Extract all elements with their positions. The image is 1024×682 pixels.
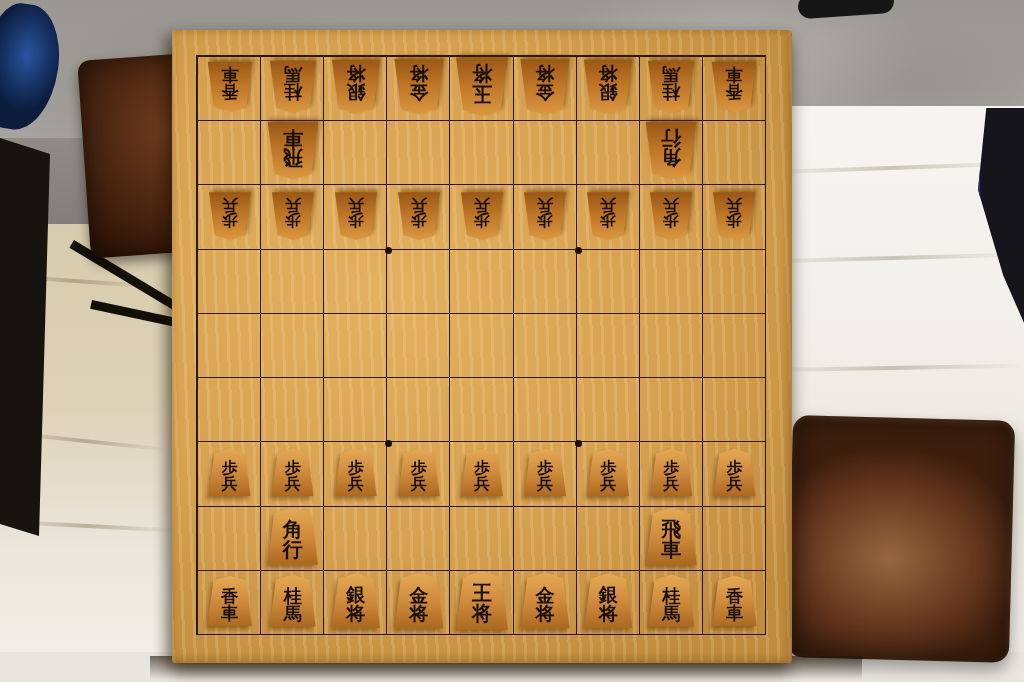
board-cell bbox=[198, 378, 261, 442]
piece-kanji: 馬 bbox=[284, 66, 302, 84]
piece-kanji: 角 bbox=[661, 148, 681, 168]
piece-kanji: 兵 bbox=[411, 196, 427, 212]
shogi-piece-pawn[interactable]: 歩兵 bbox=[334, 449, 378, 497]
piece-face: 桂馬 bbox=[269, 61, 317, 114]
shogi-piece-pawn[interactable]: 歩兵 bbox=[334, 192, 378, 240]
piece-face: 歩兵 bbox=[586, 192, 630, 240]
piece-kanji: 将 bbox=[536, 65, 555, 84]
piece-face: 歩兵 bbox=[460, 192, 504, 240]
piece-kanji: 将 bbox=[599, 65, 618, 84]
piece-kanji: 兵 bbox=[600, 196, 616, 212]
piece-kanji: 香 bbox=[726, 84, 743, 101]
board-cell bbox=[261, 314, 324, 378]
board-cell bbox=[577, 121, 640, 185]
piece-face: 香車 bbox=[206, 62, 252, 113]
board-cell bbox=[324, 507, 387, 571]
piece-face: 歩兵 bbox=[523, 192, 567, 240]
piece-face: 歩兵 bbox=[649, 449, 693, 497]
piece-face: 香車 bbox=[711, 62, 757, 113]
piece-kanji: 銀 bbox=[599, 83, 618, 102]
shogi-piece-pawn[interactable]: 歩兵 bbox=[208, 192, 252, 240]
board-cell bbox=[514, 314, 577, 378]
right-piece-stand bbox=[787, 415, 1015, 663]
piece-face: 銀将 bbox=[331, 59, 381, 114]
piece-kanji: 車 bbox=[726, 604, 743, 621]
shogi-piece-knight[interactable]: 桂馬 bbox=[269, 61, 317, 114]
piece-kanji: 兵 bbox=[285, 476, 301, 492]
piece-face: 桂馬 bbox=[647, 61, 695, 114]
shogi-piece-king[interactable]: 王将 bbox=[455, 571, 509, 630]
shogi-piece-gold[interactable]: 金将 bbox=[519, 59, 570, 115]
board-cell bbox=[450, 378, 513, 442]
shogi-piece-pawn[interactable]: 歩兵 bbox=[586, 192, 630, 240]
piece-kanji: 車 bbox=[661, 540, 681, 560]
shogi-piece-knight[interactable]: 桂馬 bbox=[269, 575, 317, 628]
piece-kanji: 兵 bbox=[474, 476, 490, 492]
shogi-piece-pawn[interactable]: 歩兵 bbox=[523, 192, 567, 240]
piece-kanji: 車 bbox=[283, 128, 303, 148]
piece-kanji: 兵 bbox=[600, 476, 616, 492]
piece-kanji: 金 bbox=[536, 83, 555, 102]
shogi-scene: 香車桂馬銀将金将玉将金将銀将桂馬香車飛車角行歩兵歩兵歩兵歩兵歩兵歩兵歩兵歩兵歩兵… bbox=[0, 0, 1024, 682]
piece-kanji: 馬 bbox=[662, 66, 680, 84]
board-cell bbox=[514, 121, 577, 185]
piece-face: 歩兵 bbox=[586, 449, 630, 497]
shogi-piece-lance[interactable]: 香車 bbox=[206, 575, 252, 626]
piece-kanji: 金 bbox=[536, 586, 555, 605]
board-cell bbox=[450, 121, 513, 185]
board-cell bbox=[450, 507, 513, 571]
shogi-piece-lance[interactable]: 香車 bbox=[711, 62, 757, 113]
board-cell bbox=[198, 250, 261, 314]
piece-kanji: 将 bbox=[472, 64, 492, 84]
shogi-piece-king[interactable]: 玉将 bbox=[455, 57, 509, 116]
board-cell bbox=[198, 121, 261, 185]
piece-face: 角行 bbox=[266, 507, 319, 565]
piece-kanji: 兵 bbox=[222, 476, 238, 492]
piece-kanji: 桂 bbox=[284, 84, 302, 102]
board-cell bbox=[450, 250, 513, 314]
piece-face: 銀将 bbox=[331, 573, 381, 628]
piece-kanji: 兵 bbox=[537, 196, 553, 212]
piece-kanji: 兵 bbox=[726, 196, 742, 212]
piece-kanji: 金 bbox=[409, 83, 428, 102]
piece-face: 角行 bbox=[645, 122, 698, 180]
shogi-piece-silver[interactable]: 銀将 bbox=[331, 59, 381, 114]
board-cell bbox=[387, 121, 450, 185]
piece-kanji: 兵 bbox=[285, 196, 301, 212]
piece-kanji: 将 bbox=[346, 604, 365, 623]
piece-face: 香車 bbox=[206, 575, 252, 626]
piece-face: 王将 bbox=[455, 571, 509, 630]
board-cell bbox=[198, 314, 261, 378]
shogi-piece-pawn[interactable]: 歩兵 bbox=[460, 192, 504, 240]
board-cell bbox=[703, 378, 766, 442]
board-cell bbox=[577, 250, 640, 314]
shogi-piece-silver[interactable]: 銀将 bbox=[583, 573, 633, 628]
piece-kanji: 将 bbox=[409, 604, 428, 623]
piece-face: 飛車 bbox=[266, 122, 319, 180]
board-cell bbox=[577, 314, 640, 378]
piece-face: 歩兵 bbox=[649, 192, 693, 240]
shogi-piece-silver[interactable]: 銀将 bbox=[583, 59, 633, 114]
shogi-piece-silver[interactable]: 銀将 bbox=[331, 573, 381, 628]
piece-kanji: 馬 bbox=[662, 604, 680, 622]
shogi-piece-gold[interactable]: 金将 bbox=[393, 573, 444, 629]
piece-kanji: 車 bbox=[221, 67, 238, 84]
board-cell bbox=[703, 314, 766, 378]
board-cell bbox=[261, 250, 324, 314]
shogi-piece-pawn[interactable]: 歩兵 bbox=[271, 192, 315, 240]
piece-kanji: 車 bbox=[221, 604, 238, 621]
board-cell bbox=[324, 250, 387, 314]
star-point bbox=[575, 440, 582, 447]
piece-face: 金将 bbox=[519, 59, 570, 115]
board-cell bbox=[198, 507, 261, 571]
piece-face: 金将 bbox=[519, 573, 570, 629]
board-cell bbox=[324, 314, 387, 378]
shogi-board: 香車桂馬銀将金将玉将金将銀将桂馬香車飛車角行歩兵歩兵歩兵歩兵歩兵歩兵歩兵歩兵歩兵… bbox=[172, 30, 792, 663]
shogi-piece-rook[interactable]: 飛車 bbox=[645, 507, 698, 565]
piece-kanji: 香 bbox=[221, 84, 238, 101]
piece-face: 歩兵 bbox=[334, 449, 378, 497]
board-cell bbox=[261, 378, 324, 442]
piece-face: 飛車 bbox=[645, 507, 698, 565]
shogi-piece-pawn[interactable]: 歩兵 bbox=[713, 449, 757, 497]
shogi-piece-pawn[interactable]: 歩兵 bbox=[649, 192, 693, 240]
piece-kanji: 飛 bbox=[283, 148, 303, 168]
piece-face: 歩兵 bbox=[713, 192, 757, 240]
piece-face: 歩兵 bbox=[271, 449, 315, 497]
piece-kanji: 馬 bbox=[284, 604, 302, 622]
piece-kanji: 兵 bbox=[726, 476, 742, 492]
shogi-piece-pawn[interactable]: 歩兵 bbox=[649, 449, 693, 497]
shogi-piece-rook[interactable]: 飛車 bbox=[266, 122, 319, 180]
shogi-piece-pawn[interactable]: 歩兵 bbox=[523, 449, 567, 497]
piece-face: 歩兵 bbox=[208, 192, 252, 240]
shogi-piece-lance[interactable]: 香車 bbox=[711, 575, 757, 626]
shogi-piece-pawn[interactable]: 歩兵 bbox=[460, 449, 504, 497]
piece-kanji: 将 bbox=[346, 65, 365, 84]
piece-kanji: 兵 bbox=[663, 476, 679, 492]
board-cell bbox=[387, 507, 450, 571]
board-cell bbox=[703, 250, 766, 314]
piece-kanji: 兵 bbox=[474, 196, 490, 212]
board-cell bbox=[324, 121, 387, 185]
board-cell bbox=[640, 250, 703, 314]
piece-face: 玉将 bbox=[455, 57, 509, 116]
board-cell bbox=[450, 314, 513, 378]
piece-kanji: 行 bbox=[661, 128, 681, 148]
board-cell bbox=[577, 507, 640, 571]
cloth-fold bbox=[760, 364, 1024, 373]
board-cell bbox=[640, 314, 703, 378]
piece-face: 歩兵 bbox=[397, 192, 441, 240]
shogi-piece-lance[interactable]: 香車 bbox=[206, 62, 252, 113]
shogi-piece-pawn[interactable]: 歩兵 bbox=[586, 449, 630, 497]
shogi-piece-pawn[interactable]: 歩兵 bbox=[713, 192, 757, 240]
board-cell bbox=[514, 378, 577, 442]
shogi-piece-pawn[interactable]: 歩兵 bbox=[397, 192, 441, 240]
piece-kanji: 兵 bbox=[348, 196, 364, 212]
board-cell bbox=[514, 250, 577, 314]
star-point bbox=[385, 440, 392, 447]
piece-face: 歩兵 bbox=[271, 192, 315, 240]
piece-face: 銀将 bbox=[583, 59, 633, 114]
board-cell bbox=[640, 378, 703, 442]
star-point bbox=[385, 247, 392, 254]
piece-face: 桂馬 bbox=[269, 575, 317, 628]
star-point bbox=[575, 247, 582, 254]
piece-kanji: 将 bbox=[536, 604, 555, 623]
piece-face: 銀将 bbox=[583, 573, 633, 628]
board-cell bbox=[387, 250, 450, 314]
piece-kanji: 兵 bbox=[222, 196, 238, 212]
shogi-piece-gold[interactable]: 金将 bbox=[393, 59, 444, 115]
piece-face: 金将 bbox=[393, 59, 444, 115]
piece-kanji: 行 bbox=[283, 540, 303, 560]
piece-face: 歩兵 bbox=[523, 449, 567, 497]
piece-kanji: 兵 bbox=[663, 196, 679, 212]
piece-kanji: 桂 bbox=[662, 84, 680, 102]
piece-kanji: 金 bbox=[409, 586, 428, 605]
shogi-piece-gold[interactable]: 金将 bbox=[519, 573, 570, 629]
cloth-fold bbox=[760, 253, 1024, 264]
piece-face: 桂馬 bbox=[647, 575, 695, 628]
board-cell bbox=[703, 121, 766, 185]
board-grid: 香車桂馬銀将金将玉将金将銀将桂馬香車飛車角行歩兵歩兵歩兵歩兵歩兵歩兵歩兵歩兵歩兵… bbox=[196, 55, 766, 635]
piece-face: 香車 bbox=[711, 575, 757, 626]
board-cell bbox=[514, 507, 577, 571]
shogi-piece-knight[interactable]: 桂馬 bbox=[647, 61, 695, 114]
shogi-piece-pawn[interactable]: 歩兵 bbox=[397, 449, 441, 497]
piece-kanji: 将 bbox=[599, 604, 618, 623]
piece-kanji: 銀 bbox=[346, 83, 365, 102]
piece-face: 歩兵 bbox=[208, 449, 252, 497]
piece-kanji: 将 bbox=[409, 65, 428, 84]
shogi-piece-pawn[interactable]: 歩兵 bbox=[271, 449, 315, 497]
shogi-piece-bishop[interactable]: 角行 bbox=[645, 122, 698, 180]
shogi-piece-knight[interactable]: 桂馬 bbox=[647, 575, 695, 628]
piece-kanji: 兵 bbox=[537, 476, 553, 492]
piece-face: 歩兵 bbox=[713, 449, 757, 497]
board-cell bbox=[703, 507, 766, 571]
board-cell bbox=[324, 378, 387, 442]
piece-kanji: 将 bbox=[472, 604, 492, 624]
piece-face: 歩兵 bbox=[334, 192, 378, 240]
board-cell bbox=[387, 314, 450, 378]
shogi-piece-bishop[interactable]: 角行 bbox=[266, 507, 319, 565]
piece-kanji: 兵 bbox=[348, 476, 364, 492]
board-cell bbox=[387, 378, 450, 442]
piece-face: 歩兵 bbox=[397, 449, 441, 497]
shogi-piece-pawn[interactable]: 歩兵 bbox=[208, 449, 252, 497]
piece-kanji: 車 bbox=[726, 67, 743, 84]
piece-face: 金将 bbox=[393, 573, 444, 629]
board-cell bbox=[577, 378, 640, 442]
piece-face: 歩兵 bbox=[460, 449, 504, 497]
piece-kanji: 兵 bbox=[411, 476, 427, 492]
piece-kanji: 玉 bbox=[472, 83, 492, 103]
